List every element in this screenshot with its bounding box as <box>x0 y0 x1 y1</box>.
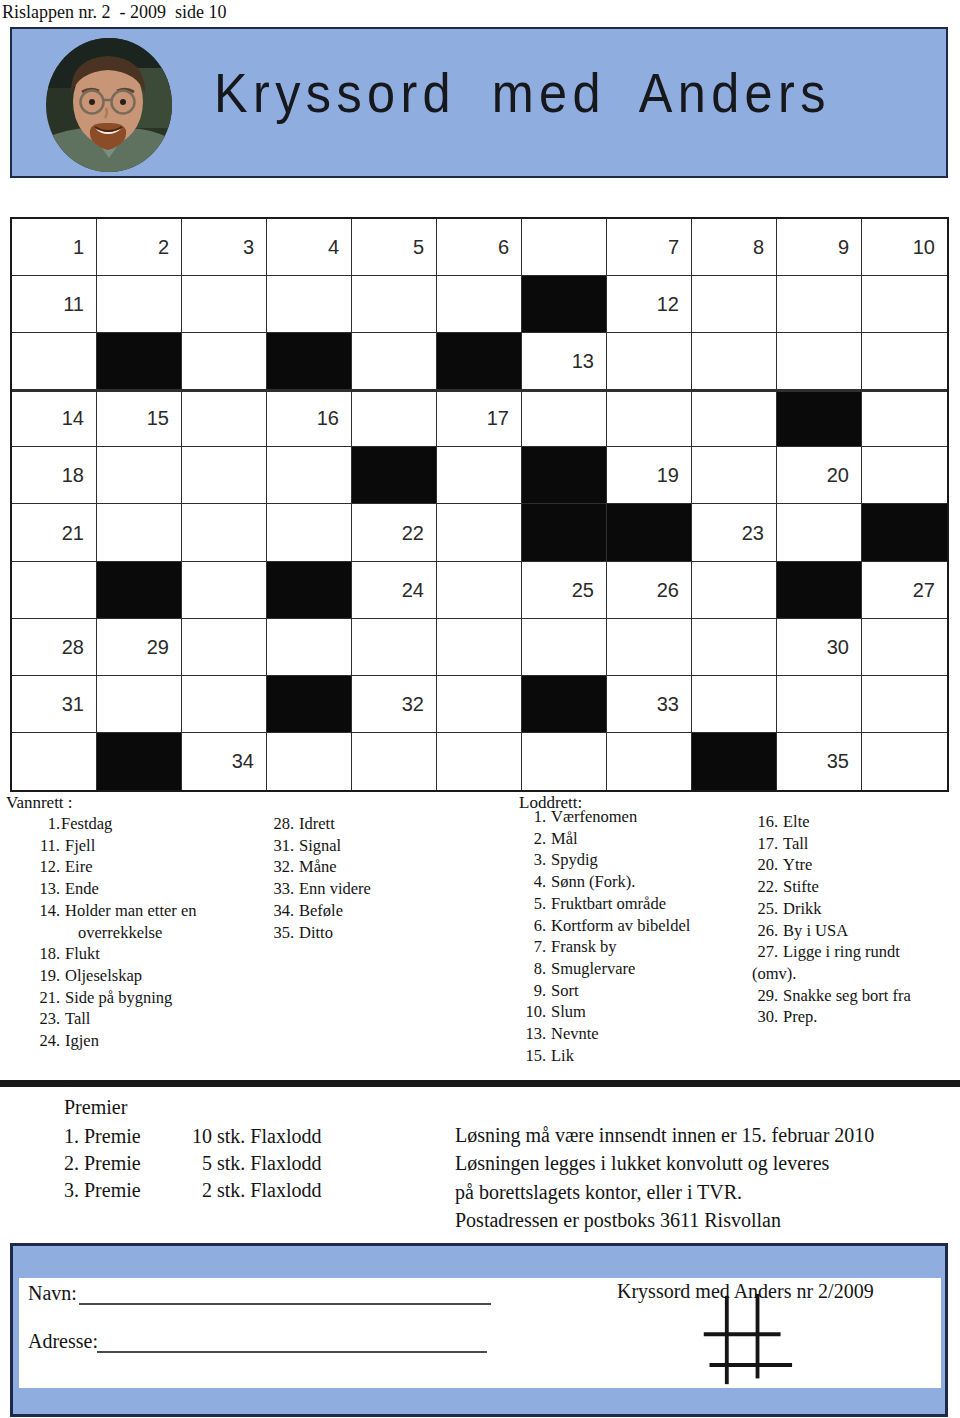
cell-number: 31 <box>62 694 84 714</box>
grid-cell[interactable] <box>607 619 692 676</box>
clue-line: 17.Tall <box>752 833 911 855</box>
premie-row: 2. Premie5 stk. Flaxlodd <box>64 1150 321 1177</box>
cell-number: 16 <box>317 408 339 428</box>
grid-cell[interactable] <box>607 733 692 790</box>
cell-number: 25 <box>572 580 594 600</box>
grid-cell[interactable]: 5 <box>352 219 437 276</box>
clue-number: 33. <box>268 878 294 900</box>
clue-line: 30.Prep. <box>752 1006 911 1028</box>
clue-number: 15. <box>506 1045 546 1067</box>
clue-text: (omv). <box>752 963 796 985</box>
grid-cell[interactable]: 10 <box>862 219 947 276</box>
grid-cell[interactable] <box>352 619 437 676</box>
clue-number: 20. <box>752 854 778 876</box>
clue-line: 14.Holder man etter en <box>6 900 196 922</box>
grid-cell[interactable]: 2 <box>97 219 182 276</box>
cell-number: 4 <box>328 237 339 257</box>
clue-text: Mål <box>551 828 578 850</box>
down-clues-right: 16.Elte17.Tall20.Ytre22.Stifte25.Drikk26… <box>752 811 911 1028</box>
clue-number: 4. <box>506 871 546 893</box>
premie-row: 1. Premie10 stk. Flaxlodd <box>64 1123 321 1150</box>
grid-cell[interactable]: 12 <box>607 276 692 333</box>
grid-cell[interactable] <box>777 676 862 733</box>
grid-cell[interactable]: 17 <box>437 390 522 447</box>
premie-rest: stk. Flaxlodd <box>212 1177 321 1204</box>
clue-line: 24.Igjen <box>6 1030 196 1052</box>
clue-line: 34.Beføle <box>268 900 371 922</box>
masthead-title: Kryssord med Anders <box>214 60 831 125</box>
clue-number: 3. <box>506 849 546 871</box>
grid-cell[interactable] <box>182 676 267 733</box>
grid-cell[interactable] <box>352 733 437 790</box>
clue-number: 21. <box>6 987 60 1009</box>
address-label: Adresse: <box>28 1330 98 1353</box>
grid-cell[interactable] <box>692 562 777 619</box>
clue-line: 20.Ytre <box>752 854 911 876</box>
clue-line: 3.Spydig <box>506 849 690 871</box>
black-cell <box>522 276 607 333</box>
clue-number: 14. <box>6 900 60 922</box>
black-cell <box>862 504 947 561</box>
submission-info-line: Postadressen er postboks 3611 Risvollan <box>455 1206 874 1234</box>
cell-number: 33 <box>657 694 679 714</box>
black-cell <box>692 733 777 790</box>
clue-line: 19.Oljeselskap <box>6 965 196 987</box>
grid-cell[interactable]: 31 <box>12 676 97 733</box>
black-cell <box>437 333 522 390</box>
grid-cell[interactable] <box>352 390 437 447</box>
grid-cell[interactable] <box>777 333 862 390</box>
clue-text: Sort <box>551 980 579 1002</box>
grid-cell[interactable]: 8 <box>692 219 777 276</box>
grid-cell[interactable] <box>97 447 182 504</box>
grid-cell[interactable] <box>777 276 862 333</box>
clue-text: Oljeselskap <box>65 965 142 987</box>
clue-line: 21.Side på bygning <box>6 987 196 1009</box>
grid-cell[interactable] <box>692 676 777 733</box>
clue-text: Tall <box>65 1008 90 1030</box>
clue-text: Elte <box>783 811 810 833</box>
black-cell <box>97 562 182 619</box>
cell-number: 18 <box>62 465 84 485</box>
clue-line: overrekkelse <box>6 922 196 944</box>
clue-number: 22. <box>752 876 778 898</box>
clue-number: 34. <box>268 900 294 922</box>
grid-cell[interactable]: 24 <box>352 562 437 619</box>
black-cell <box>267 676 352 733</box>
clue-text: Prep. <box>783 1006 817 1028</box>
clue-line: 15.Lik <box>506 1045 690 1067</box>
grid-cell[interactable] <box>862 276 947 333</box>
clue-text: Nevnte <box>551 1023 599 1045</box>
submission-info-line: Løsningen legges i lukket konvolutt og l… <box>455 1149 874 1177</box>
clue-text: Eire <box>65 856 92 878</box>
clue-text: Stifte <box>783 876 819 898</box>
clue-number: 17. <box>752 833 778 855</box>
clue-number: 11. <box>6 835 60 857</box>
grid-cell[interactable]: 28 <box>12 619 97 676</box>
grid-cell[interactable]: 1 <box>12 219 97 276</box>
cell-number: 21 <box>62 523 84 543</box>
clue-text: Festdag <box>61 813 112 835</box>
premier-rows: 1. Premie10 stk. Flaxlodd2. Premie5 stk.… <box>64 1123 321 1204</box>
black-cell <box>97 333 182 390</box>
cell-number: 23 <box>742 523 764 543</box>
clue-line: 5.Fruktbart område <box>506 893 690 915</box>
cell-number: 8 <box>753 237 764 257</box>
grid-cell[interactable]: 32 <box>352 676 437 733</box>
clue-text: Flukt <box>65 943 100 965</box>
clue-number: 7. <box>506 936 546 958</box>
grid-cell[interactable]: 14 <box>12 390 97 447</box>
name-write-in-line[interactable] <box>79 1303 491 1305</box>
grid-cell[interactable] <box>862 333 947 390</box>
across-clues-left: 1.Festdag11.Fjell12.Eire13.Ende14.Holder… <box>6 813 196 1052</box>
grid-cell[interactable] <box>352 333 437 390</box>
clue-number: 12. <box>6 856 60 878</box>
cell-number: 19 <box>657 465 679 485</box>
clue-number: 13. <box>506 1023 546 1045</box>
clue-text: Tall <box>783 833 808 855</box>
grid-cell[interactable]: 27 <box>862 562 947 619</box>
grid-cell[interactable]: 26 <box>607 562 692 619</box>
grid-cell[interactable]: 22 <box>352 504 437 561</box>
grid-cell[interactable] <box>12 733 97 790</box>
cell-number: 22 <box>402 523 424 543</box>
grid-cell[interactable]: 23 <box>692 504 777 561</box>
cell-number: 13 <box>572 351 594 371</box>
black-cell <box>777 390 862 447</box>
grid-cell[interactable] <box>437 504 522 561</box>
premie-qty: 2 <box>190 1177 212 1204</box>
submission-info: Løsning må være innsendt innen er 15. fe… <box>455 1121 874 1234</box>
grid-cell[interactable]: 11 <box>12 276 97 333</box>
grid-cell[interactable] <box>267 504 352 561</box>
cell-number: 32 <box>402 694 424 714</box>
grid-cell[interactable] <box>12 562 97 619</box>
clue-line: 35.Ditto <box>268 922 371 944</box>
black-cell <box>522 504 607 561</box>
clue-text: Signal <box>299 835 341 857</box>
cell-number: 3 <box>243 237 254 257</box>
clue-line: 18.Flukt <box>6 943 196 965</box>
premie-qty: 10 <box>190 1123 212 1150</box>
clue-text: Igjen <box>65 1030 99 1052</box>
grid-cell[interactable]: 19 <box>607 447 692 504</box>
crossword-page: { "game": "crossword (norwegian kryssord… <box>0 0 960 1418</box>
grid-cell[interactable] <box>437 276 522 333</box>
crossword-hash-symbol <box>698 1292 794 1392</box>
premie-rest: stk. Flaxlodd <box>212 1150 321 1177</box>
cell-number: 28 <box>62 637 84 657</box>
grid-cell[interactable] <box>862 676 947 733</box>
cell-number: 12 <box>657 294 679 314</box>
cell-number: 30 <box>827 637 849 657</box>
grid-cell[interactable] <box>692 390 777 447</box>
cell-number: 24 <box>402 580 424 600</box>
cell-number: 10 <box>913 237 935 257</box>
clue-line: 9.Sort <box>506 980 690 1002</box>
cell-number: 6 <box>498 237 509 257</box>
clue-number: 19. <box>6 965 60 987</box>
premie-row: 3. Premie2 stk. Flaxlodd <box>64 1177 321 1204</box>
name-label: Navn: <box>28 1282 77 1305</box>
address-write-in-line[interactable] <box>97 1351 487 1353</box>
grid-cell[interactable]: 16 <box>267 390 352 447</box>
anders-portrait-illustration <box>46 38 172 172</box>
clue-number: 35. <box>268 922 294 944</box>
grid-cell[interactable] <box>522 390 607 447</box>
grid-cell[interactable] <box>352 276 437 333</box>
cell-number: 9 <box>838 237 849 257</box>
grid-cell[interactable] <box>607 390 692 447</box>
clue-text: Side på bygning <box>65 987 172 1009</box>
clue-line: 7.Fransk by <box>506 936 690 958</box>
clue-line: 33.Enn videre <box>268 878 371 900</box>
black-cell <box>607 504 692 561</box>
grid-cell[interactable]: 20 <box>777 447 862 504</box>
clue-text: Holder man etter en <box>65 900 196 922</box>
clue-text: Ligge i ring rundt <box>783 941 900 963</box>
grid-cell[interactable] <box>182 333 267 390</box>
grid-cell[interactable]: 29 <box>97 619 182 676</box>
grid-cell[interactable] <box>522 619 607 676</box>
clue-line: 22.Stifte <box>752 876 911 898</box>
clue-number: 30. <box>752 1006 778 1028</box>
grid-cell[interactable]: 35 <box>777 733 862 790</box>
grid-cell[interactable] <box>862 390 947 447</box>
clue-number: 31. <box>268 835 294 857</box>
grid-cell[interactable] <box>182 619 267 676</box>
clue-line: 6.Kortform av bibeldel <box>506 915 690 937</box>
grid-cell[interactable] <box>267 276 352 333</box>
grid-cell[interactable] <box>692 276 777 333</box>
grid-cell[interactable] <box>522 219 607 276</box>
grid-cell[interactable]: 6 <box>437 219 522 276</box>
grid-cell[interactable] <box>777 504 862 561</box>
cell-number: 7 <box>668 237 679 257</box>
grid-cell[interactable] <box>437 619 522 676</box>
clue-text: Værfenomen <box>551 806 637 828</box>
clue-number: 10. <box>506 1001 546 1023</box>
clue-text: Enn videre <box>299 878 371 900</box>
submission-info-line: på borettslagets kontor, eller i TVR. <box>455 1178 874 1206</box>
black-cell <box>777 562 862 619</box>
grid-cell[interactable]: 30 <box>777 619 862 676</box>
grid-cell[interactable] <box>97 504 182 561</box>
clue-number: 25. <box>752 898 778 920</box>
clue-line: 23.Tall <box>6 1008 196 1030</box>
grid-cell[interactable] <box>437 562 522 619</box>
clue-number: 8. <box>506 958 546 980</box>
premie-place: 3. Premie <box>64 1177 190 1204</box>
clue-line: 16.Elte <box>752 811 911 833</box>
grid-cell[interactable]: 25 <box>522 562 607 619</box>
cell-number: 17 <box>487 408 509 428</box>
cell-number: 5 <box>413 237 424 257</box>
grid-cell[interactable] <box>267 733 352 790</box>
grid-cell[interactable] <box>182 390 267 447</box>
grid-cell[interactable] <box>692 447 777 504</box>
clue-text: Spydig <box>551 849 598 871</box>
grid-cell[interactable]: 3 <box>182 219 267 276</box>
section-divider <box>0 1080 960 1087</box>
clue-text: Ytre <box>783 854 812 876</box>
cell-number: 15 <box>147 408 169 428</box>
clue-text: Måne <box>299 856 337 878</box>
grid-cell[interactable] <box>437 676 522 733</box>
submission-info-line: Løsning må være innsendt innen er 15. fe… <box>455 1121 874 1149</box>
crossword-grid: 1234567891011121314151617181920212223242… <box>10 217 949 792</box>
page-header: Rislappen nr. 2 - 2009 side 10 <box>2 2 226 23</box>
clue-text: Kortform av bibeldel <box>551 915 690 937</box>
clue-number: 29. <box>752 985 778 1007</box>
clue-text: Fjell <box>65 835 95 857</box>
grid-cell[interactable] <box>437 447 522 504</box>
clue-number: 9. <box>506 980 546 1002</box>
grid-cell[interactable] <box>692 333 777 390</box>
grid-cell[interactable] <box>267 619 352 676</box>
black-cell <box>267 333 352 390</box>
clue-text: Fransk by <box>551 936 617 958</box>
clue-text: Idrett <box>299 813 335 835</box>
cell-number: 29 <box>147 637 169 657</box>
clue-text: Lik <box>551 1045 574 1067</box>
clue-number: 32. <box>268 856 294 878</box>
premie-qty: 5 <box>190 1150 212 1177</box>
clue-number: 13. <box>6 878 60 900</box>
clue-line: 11.Fjell <box>6 835 196 857</box>
premie-rest: stk. Flaxlodd <box>212 1123 321 1150</box>
clue-text: Drikk <box>783 898 822 920</box>
grid-cell[interactable]: 13 <box>522 333 607 390</box>
black-cell <box>522 676 607 733</box>
clue-line: 25.Drikk <box>752 898 911 920</box>
clue-line: 32.Måne <box>268 856 371 878</box>
cell-number: 11 <box>63 294 84 314</box>
clue-line: 27.Ligge i ring rundt <box>752 941 911 963</box>
premie-place: 1. Premie <box>64 1123 190 1150</box>
clue-text: Fruktbart område <box>551 893 666 915</box>
clue-number: 27. <box>752 941 778 963</box>
grid-cell[interactable] <box>182 447 267 504</box>
grid-cell[interactable] <box>97 276 182 333</box>
clue-text: By i USA <box>783 920 848 942</box>
grid-cell[interactable] <box>862 733 947 790</box>
grid-cell[interactable] <box>182 504 267 561</box>
portrait-photo <box>46 38 172 172</box>
clue-text: Snakke seg bort fra <box>783 985 911 1007</box>
across-clues-right: 28.Idrett31.Signal32.Måne33.Enn videre34… <box>268 813 371 943</box>
clue-text: Slum <box>551 1001 586 1023</box>
clue-number: 28. <box>268 813 294 835</box>
clue-text: Beføle <box>299 900 343 922</box>
grid-cell[interactable] <box>862 447 947 504</box>
black-cell <box>267 562 352 619</box>
grid-cell[interactable]: 33 <box>607 676 692 733</box>
clue-line: 31.Signal <box>268 835 371 857</box>
clue-line: 29.Snakke seg bort fra <box>752 985 911 1007</box>
clue-text: Sønn (Fork). <box>551 871 635 893</box>
clue-line: 2.Mål <box>506 828 690 850</box>
grid-cell[interactable] <box>607 333 692 390</box>
grid-cell[interactable]: 4 <box>267 219 352 276</box>
clue-number: 26. <box>752 920 778 942</box>
clue-line: 12.Eire <box>6 856 196 878</box>
cell-number: 27 <box>913 580 935 600</box>
down-clues-left: 1.Værfenomen2.Mål3.Spydig4.Sønn (Fork).5… <box>506 806 690 1066</box>
clue-number: 24. <box>6 1030 60 1052</box>
grid-cell[interactable] <box>267 447 352 504</box>
clue-line: 1.Festdag <box>6 813 196 835</box>
cell-number: 20 <box>827 465 849 485</box>
across-title: Vannrett : <box>6 793 73 813</box>
clue-line: 28.Idrett <box>268 813 371 835</box>
grid-cell[interactable]: 7 <box>607 219 692 276</box>
cell-number: 2 <box>158 237 169 257</box>
clue-line: 8.Smuglervare <box>506 958 690 980</box>
grid-cell[interactable] <box>522 733 607 790</box>
grid-cell[interactable]: 9 <box>777 219 862 276</box>
clue-number: 2. <box>506 828 546 850</box>
premier-title: Premier <box>64 1096 127 1119</box>
premie-place: 2. Premie <box>64 1150 190 1177</box>
grid-cell[interactable]: 21 <box>12 504 97 561</box>
grid-cell[interactable] <box>12 333 97 390</box>
clue-text: Ende <box>65 878 99 900</box>
clue-line: 13.Ende <box>6 878 196 900</box>
clue-number: 23. <box>6 1008 60 1030</box>
cell-number: 34 <box>232 751 254 771</box>
clue-line: (omv). <box>752 963 911 985</box>
grid-cell[interactable] <box>97 676 182 733</box>
clue-text: overrekkelse <box>78 922 162 944</box>
cell-number: 1 <box>73 237 84 257</box>
clue-number: 1. <box>506 806 546 828</box>
grid-cell[interactable] <box>182 562 267 619</box>
clue-line: 4.Sønn (Fork). <box>506 871 690 893</box>
cell-number: 14 <box>62 408 84 428</box>
clue-line: 10.Slum <box>506 1001 690 1023</box>
grid-cell[interactable] <box>437 733 522 790</box>
black-cell <box>97 733 182 790</box>
clue-line: 26.By i USA <box>752 920 911 942</box>
clue-line: 13.Nevnte <box>506 1023 690 1045</box>
black-cell <box>352 447 437 504</box>
cell-number: 35 <box>827 751 849 771</box>
grid-thick-line <box>12 389 947 392</box>
cell-number: 26 <box>657 580 679 600</box>
clue-number: 5. <box>506 893 546 915</box>
grid-cell[interactable] <box>692 619 777 676</box>
grid-cell[interactable] <box>862 619 947 676</box>
clue-line: 1.Værfenomen <box>506 806 690 828</box>
clue-number: 1. <box>6 813 60 835</box>
clue-number: 16. <box>752 811 778 833</box>
clue-text: Ditto <box>299 922 333 944</box>
grid-cell[interactable]: 34 <box>182 733 267 790</box>
clue-text: Smuglervare <box>551 958 635 980</box>
grid-cell[interactable] <box>182 276 267 333</box>
black-cell <box>522 447 607 504</box>
grid-cell[interactable]: 18 <box>12 447 97 504</box>
clue-number: 6. <box>506 915 546 937</box>
clue-number: 18. <box>6 943 60 965</box>
grid-cell[interactable]: 15 <box>97 390 182 447</box>
